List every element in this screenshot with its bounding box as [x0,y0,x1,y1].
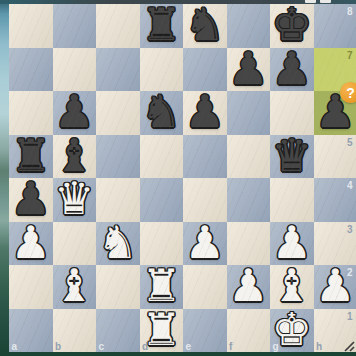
board-resize-handle-icon[interactable] [343,340,356,353]
square-d8[interactable]: ♜ [140,4,184,48]
piece-black-knight-e8[interactable]: ♞ [183,3,227,47]
piece-black-king-g8[interactable]: ♚ [270,3,314,47]
rank-label-7: 7 [347,50,353,61]
square-e5[interactable] [183,135,227,179]
top-ui-fragment [320,0,331,3]
rank-label-1: 1 [347,311,353,322]
piece-white-queen-b4[interactable]: ♛ [53,177,97,221]
square-c5[interactable] [96,135,140,179]
square-f2[interactable]: ♟ [227,265,271,309]
file-label-a: a [12,341,18,352]
file-label-g: g [273,341,279,352]
piece-black-pawn-a4[interactable]: ♟ [9,177,53,221]
file-label-h: h [316,341,322,352]
piece-black-pawn-g7[interactable]: ♟ [270,47,314,91]
piece-black-knight-d6[interactable]: ♞ [140,90,184,134]
chess-board: ♜♞♚♟♟♟♞♟♟♜♝♛♟♛♟♞♟♟♝♜♟♝♟♜♚ [9,4,356,352]
file-label-e: e [186,341,192,352]
piece-black-rook-d8[interactable]: ♜ [140,3,184,47]
square-d4[interactable] [140,178,184,222]
square-b2[interactable]: ♝ [53,265,97,309]
square-f5[interactable] [227,135,271,179]
square-e8[interactable]: ♞ [183,4,227,48]
square-c2[interactable] [96,265,140,309]
square-e3[interactable]: ♟ [183,222,227,266]
rank-label-2: 2 [347,267,353,278]
file-label-b: b [55,341,61,352]
square-f4[interactable] [227,178,271,222]
piece-black-rook-a5[interactable]: ♜ [9,134,53,178]
square-c8[interactable] [96,4,140,48]
square-g7[interactable]: ♟ [270,48,314,92]
square-f1[interactable] [227,309,271,353]
rank-label-4: 4 [347,180,353,191]
piece-black-pawn-b6[interactable]: ♟ [53,90,97,134]
square-a7[interactable] [9,48,53,92]
square-b4[interactable]: ♛ [53,178,97,222]
square-e2[interactable] [183,265,227,309]
rank-label-5: 5 [347,137,353,148]
piece-white-pawn-a3[interactable]: ♟ [9,221,53,265]
piece-white-pawn-g3[interactable]: ♟ [270,221,314,265]
square-c3[interactable]: ♞ [96,222,140,266]
square-f7[interactable]: ♟ [227,48,271,92]
square-c7[interactable] [96,48,140,92]
square-c6[interactable] [96,91,140,135]
file-label-d: d [142,341,148,352]
square-a3[interactable]: ♟ [9,222,53,266]
square-d5[interactable] [140,135,184,179]
mistake-badge-symbol: ? [346,84,355,100]
square-d6[interactable]: ♞ [140,91,184,135]
piece-black-pawn-f7[interactable]: ♟ [227,47,271,91]
square-e6[interactable]: ♟ [183,91,227,135]
piece-white-pawn-f2[interactable]: ♟ [227,264,271,308]
square-f6[interactable] [227,91,271,135]
piece-black-pawn-e6[interactable]: ♟ [183,90,227,134]
piece-black-bishop-b5[interactable]: ♝ [53,134,97,178]
page-background: ♜♞♚♟♟♟♞♟♟♜♝♛♟♛♟♞♟♟♝♜♟♝♟♜♚ ? 87654321abcd… [0,0,356,356]
square-g5[interactable]: ♛ [270,135,314,179]
square-a2[interactable] [9,265,53,309]
square-b8[interactable] [53,4,97,48]
rank-label-8: 8 [347,6,353,17]
rank-label-3: 3 [347,224,353,235]
piece-white-pawn-e3[interactable]: ♟ [183,221,227,265]
piece-white-knight-c3[interactable]: ♞ [96,221,140,265]
square-a8[interactable] [9,4,53,48]
piece-white-bishop-g2[interactable]: ♝ [270,264,314,308]
move-classification-mistake-badge: ? [340,82,356,103]
file-label-f: f [229,341,232,352]
piece-black-queen-g5[interactable]: ♛ [270,134,314,178]
piece-white-rook-d2[interactable]: ♜ [140,264,184,308]
file-label-c: c [99,341,105,352]
piece-white-bishop-b2[interactable]: ♝ [53,264,97,308]
